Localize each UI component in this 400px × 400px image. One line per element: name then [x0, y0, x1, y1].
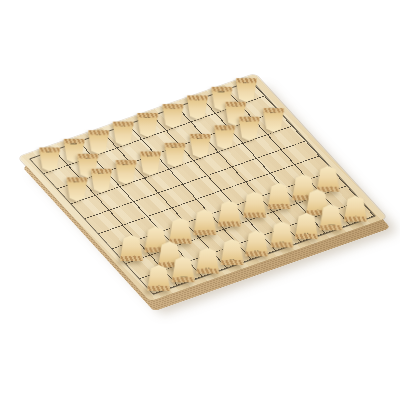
koma-face: 歩兵	[140, 151, 161, 175]
koma-gote-lance[interactable]: 香車	[235, 78, 256, 102]
koma-face: 歩兵	[317, 166, 340, 192]
shogi-product-photo: 香車桂馬銀将金将王将金将銀将桂馬香車飛車角行歩兵歩兵歩兵歩兵歩兵歩兵歩兵歩兵歩兵…	[0, 0, 400, 400]
koma-face: 歩兵	[263, 108, 284, 132]
board-grid: 香車桂馬銀将金将王将金将銀将桂馬香車飛車角行歩兵歩兵歩兵歩兵歩兵歩兵歩兵歩兵歩兵…	[29, 80, 376, 294]
koma-face: 金将	[270, 222, 293, 248]
koma-face: 香車	[147, 265, 170, 291]
koma-gote-pawn[interactable]: 歩兵	[189, 134, 210, 158]
koma-face: 桂馬	[319, 204, 342, 230]
koma-face: 歩兵	[238, 116, 259, 140]
koma-face: 香車	[235, 78, 256, 102]
koma-face: 銀将	[186, 95, 207, 119]
koma-sente-gold[interactable]: 金将	[221, 239, 244, 265]
koma-face: 歩兵	[169, 218, 192, 244]
koma-face: 銀将	[197, 248, 220, 274]
koma-gote-gold[interactable]: 金将	[112, 121, 133, 145]
koma-gote-pawn[interactable]: 歩兵	[214, 125, 235, 149]
koma-face: 歩兵	[189, 134, 210, 158]
koma-face: 銀将	[295, 213, 318, 239]
koma-sente-pawn[interactable]: 歩兵	[317, 166, 340, 192]
koma-face: 歩兵	[164, 142, 185, 166]
koma-face: 歩兵	[214, 125, 235, 149]
koma-gote-silver[interactable]: 銀将	[186, 95, 207, 119]
koma-face: 香車	[344, 196, 367, 222]
koma-face: 王将	[137, 112, 158, 136]
koma-sente-knight[interactable]: 桂馬	[172, 256, 195, 282]
koma-gote-gold[interactable]: 金将	[162, 104, 183, 128]
koma-face: 金将	[112, 121, 133, 145]
koma-sente-silver[interactable]: 銀将	[197, 248, 220, 274]
koma-face: 歩兵	[66, 177, 87, 201]
koma-gote-pawn[interactable]: 歩兵	[91, 168, 112, 192]
koma-face: 歩兵	[243, 192, 266, 218]
koma-sente-lance[interactable]: 香車	[344, 196, 367, 222]
koma-sente-king[interactable]: 玉将	[246, 230, 269, 256]
koma-face: 歩兵	[218, 200, 241, 226]
koma-face: 歩兵	[120, 235, 143, 261]
koma-face: 金将	[221, 239, 244, 265]
koma-face: 歩兵	[91, 168, 112, 192]
koma-face: 歩兵	[268, 183, 291, 209]
koma-sente-pawn[interactable]: 歩兵	[243, 192, 266, 218]
koma-sente-gold[interactable]: 金将	[270, 222, 293, 248]
koma-gote-silver[interactable]: 銀将	[88, 130, 109, 154]
koma-face: 金将	[162, 104, 183, 128]
koma-sente-silver[interactable]: 銀将	[295, 213, 318, 239]
koma-gote-pawn[interactable]: 歩兵	[66, 177, 87, 201]
koma-gote-pawn[interactable]: 歩兵	[115, 160, 136, 184]
koma-face: 桂馬	[172, 256, 195, 282]
koma-gote-pawn[interactable]: 歩兵	[263, 108, 284, 132]
koma-sente-pawn[interactable]: 歩兵	[268, 183, 291, 209]
koma-gote-pawn[interactable]: 歩兵	[164, 142, 185, 166]
koma-gote-king[interactable]: 王将	[137, 112, 158, 136]
koma-face: 歩兵	[194, 209, 217, 235]
koma-face: 銀将	[88, 130, 109, 154]
koma-gote-pawn[interactable]: 歩兵	[140, 151, 161, 175]
koma-sente-pawn[interactable]: 歩兵	[169, 218, 192, 244]
shogi-board: 香車桂馬銀将金将王将金将銀将桂馬香車飛車角行歩兵歩兵歩兵歩兵歩兵歩兵歩兵歩兵歩兵…	[18, 74, 387, 302]
koma-face: 香車	[39, 147, 60, 171]
koma-sente-lance[interactable]: 香車	[147, 265, 170, 291]
koma-face: 玉将	[246, 230, 269, 256]
koma-sente-pawn[interactable]: 歩兵	[218, 200, 241, 226]
koma-sente-knight[interactable]: 桂馬	[319, 204, 342, 230]
koma-gote-pawn[interactable]: 歩兵	[238, 116, 259, 140]
koma-gote-lance[interactable]: 香車	[39, 147, 60, 171]
koma-sente-pawn[interactable]: 歩兵	[120, 235, 143, 261]
koma-sente-pawn[interactable]: 歩兵	[194, 209, 217, 235]
koma-face: 歩兵	[115, 160, 136, 184]
